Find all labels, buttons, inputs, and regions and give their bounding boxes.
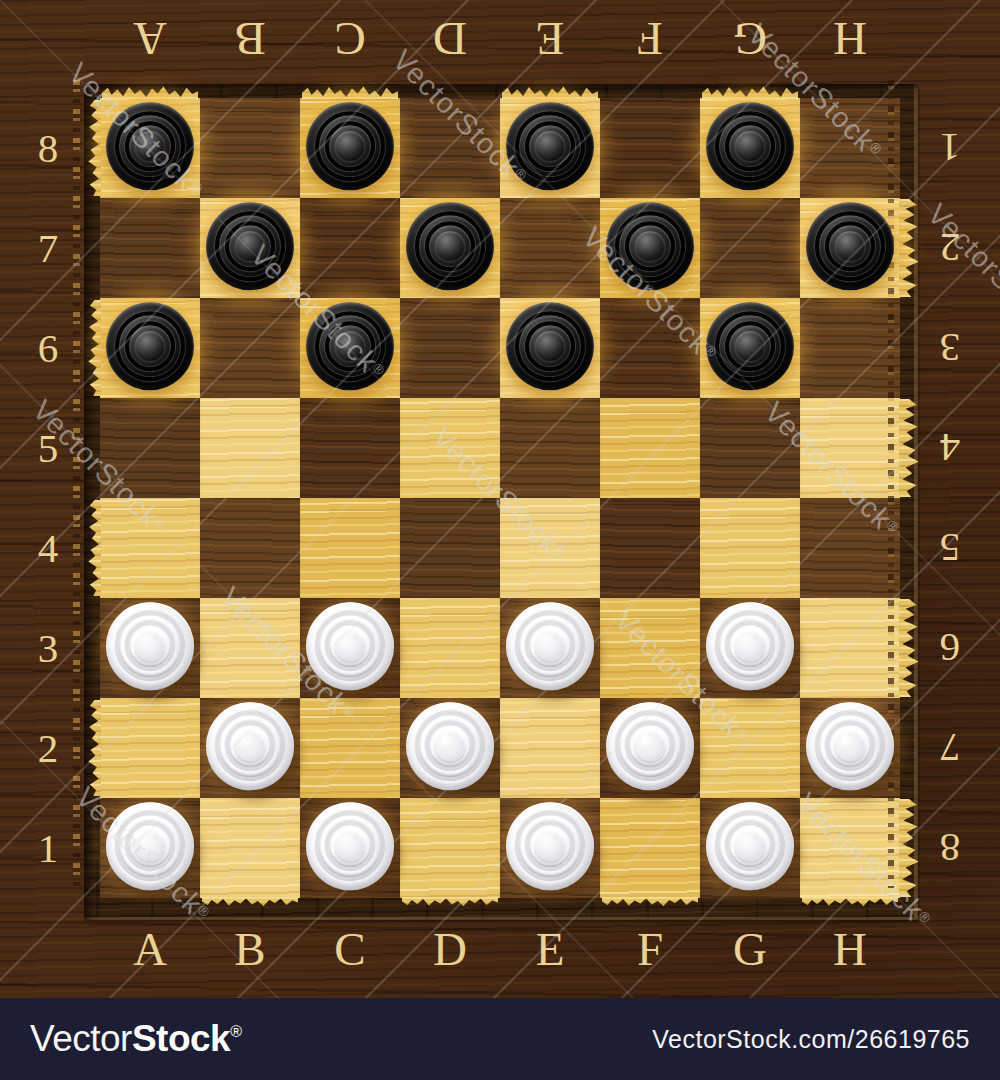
checker-center — [335, 131, 365, 161]
coordinate-label-2: 2 — [918, 198, 982, 298]
square-b5[interactable] — [200, 398, 300, 498]
checker-black-d7[interactable] — [406, 202, 494, 290]
coordinate-label-G: G — [700, 10, 800, 68]
coordinate-label-A: A — [100, 10, 200, 68]
torn-paint-edge — [202, 897, 298, 907]
coordinate-label-6: 6 — [16, 298, 80, 398]
checker-center — [335, 831, 365, 861]
coordinate-label-3: 3 — [918, 298, 982, 398]
square-h5[interactable] — [800, 398, 900, 498]
square-c1[interactable] — [300, 798, 400, 898]
square-d8[interactable] — [400, 98, 500, 198]
checker-center — [335, 331, 365, 361]
coordinate-label-2: 2 — [16, 698, 80, 798]
square-f1[interactable] — [600, 798, 700, 898]
checker-black-b7[interactable] — [206, 202, 294, 290]
square-h3[interactable] — [800, 598, 900, 698]
checker-white-e3[interactable] — [506, 602, 594, 690]
checker-black-f7[interactable] — [606, 202, 694, 290]
coordinate-label-F: F — [600, 10, 700, 68]
square-a4[interactable] — [100, 498, 200, 598]
square-h4[interactable] — [800, 498, 900, 598]
checker-center — [135, 131, 165, 161]
checker-center — [435, 731, 465, 761]
square-e1[interactable] — [500, 798, 600, 898]
checker-center — [635, 731, 665, 761]
torn-paint-edge — [87, 100, 101, 196]
square-b3[interactable] — [200, 598, 300, 698]
checker-center — [135, 831, 165, 861]
square-g1[interactable] — [700, 798, 800, 898]
checker-center — [835, 731, 865, 761]
square-c3[interactable] — [300, 598, 400, 698]
coordinate-label-F: F — [600, 920, 700, 978]
checker-center — [835, 231, 865, 261]
file-labels-bottom: ABCDEFGH — [100, 920, 900, 978]
square-d2[interactable] — [400, 698, 500, 798]
board-frame — [84, 84, 918, 920]
square-b4[interactable] — [200, 498, 300, 598]
checker-center — [735, 131, 765, 161]
coordinate-label-H: H — [800, 920, 900, 978]
torn-paint-edge — [302, 85, 398, 99]
square-d7[interactable] — [400, 198, 500, 298]
coordinate-label-5: 5 — [918, 498, 982, 598]
coordinate-label-1: 1 — [16, 798, 80, 898]
coordinate-label-C: C — [300, 10, 400, 68]
square-h1[interactable] — [800, 798, 900, 898]
square-a7[interactable] — [100, 198, 200, 298]
checker-center — [635, 231, 665, 261]
coordinate-label-7: 7 — [16, 198, 80, 298]
rank-labels-left: 87654321 — [16, 98, 80, 898]
square-a2[interactable] — [100, 698, 200, 798]
checker-white-a1[interactable] — [106, 802, 194, 890]
coordinate-label-D: D — [400, 10, 500, 68]
checker-center — [435, 231, 465, 261]
square-b6[interactable] — [200, 298, 300, 398]
square-e3[interactable] — [500, 598, 600, 698]
square-d3[interactable] — [400, 598, 500, 698]
coordinate-label-H: H — [800, 10, 900, 68]
checker-white-g3[interactable] — [706, 602, 794, 690]
square-g8[interactable] — [700, 98, 800, 198]
square-d5[interactable] — [400, 398, 500, 498]
coordinate-label-5: 5 — [16, 398, 80, 498]
square-b1[interactable] — [200, 798, 300, 898]
coordinate-label-C: C — [300, 920, 400, 978]
torn-paint-edge — [802, 897, 898, 907]
torn-paint-edge — [102, 85, 198, 99]
coordinate-label-7: 7 — [918, 698, 982, 798]
square-f4[interactable] — [600, 498, 700, 598]
stock-image-canvas: ABCDEFGH ABCDEFGH 87654321 12345678 Vect… — [0, 0, 1000, 1080]
square-f6[interactable] — [600, 298, 700, 398]
square-b2[interactable] — [200, 698, 300, 798]
checker-center — [735, 631, 765, 661]
checker-center — [235, 231, 265, 261]
coordinate-label-1: 1 — [918, 98, 982, 198]
torn-paint-edge — [702, 85, 798, 99]
coordinate-label-A: A — [100, 920, 200, 978]
logo-text-light: Vector — [30, 1018, 132, 1059]
square-g5[interactable] — [700, 398, 800, 498]
square-a6[interactable] — [100, 298, 200, 398]
square-b8[interactable] — [200, 98, 300, 198]
coordinate-label-G: G — [700, 920, 800, 978]
square-c7[interactable] — [300, 198, 400, 298]
file-labels-top: ABCDEFGH — [100, 10, 900, 68]
checker-black-a6[interactable] — [106, 302, 194, 390]
checker-center — [735, 331, 765, 361]
checker-black-g6[interactable] — [706, 302, 794, 390]
square-g7[interactable] — [700, 198, 800, 298]
checker-center — [535, 831, 565, 861]
coordinate-label-8: 8 — [16, 98, 80, 198]
square-a8[interactable] — [100, 98, 200, 198]
square-g2[interactable] — [700, 698, 800, 798]
checker-white-e1[interactable] — [506, 802, 594, 890]
square-a1[interactable] — [100, 798, 200, 898]
checkers-board — [100, 98, 900, 898]
checker-black-e8[interactable] — [506, 102, 594, 190]
torn-paint-edge — [402, 897, 498, 907]
square-c8[interactable] — [300, 98, 400, 198]
torn-paint-edge — [87, 700, 101, 796]
coordinate-label-3: 3 — [16, 598, 80, 698]
checker-white-c1[interactable] — [306, 802, 394, 890]
coordinate-label-E: E — [500, 920, 600, 978]
square-h2[interactable] — [800, 698, 900, 798]
checker-white-b2[interactable] — [206, 702, 294, 790]
square-e8[interactable] — [500, 98, 600, 198]
coordinate-label-D: D — [400, 920, 500, 978]
square-d6[interactable] — [400, 298, 500, 398]
torn-paint-edge — [87, 500, 101, 596]
square-e4[interactable] — [500, 498, 600, 598]
vectorstock-logo: VectorStock® — [30, 1018, 241, 1060]
checker-center — [535, 331, 565, 361]
checker-center — [335, 631, 365, 661]
coordinate-label-4: 4 — [918, 398, 982, 498]
checker-white-d2[interactable] — [406, 702, 494, 790]
square-f3[interactable] — [600, 598, 700, 698]
checker-black-c8[interactable] — [306, 102, 394, 190]
square-c2[interactable] — [300, 698, 400, 798]
checker-black-e6[interactable] — [506, 302, 594, 390]
coordinate-label-E: E — [500, 10, 600, 68]
square-a5[interactable] — [100, 398, 200, 498]
square-g3[interactable] — [700, 598, 800, 698]
square-a3[interactable] — [100, 598, 200, 698]
coordinate-label-6: 6 — [918, 598, 982, 698]
square-c4[interactable] — [300, 498, 400, 598]
square-e2[interactable] — [500, 698, 600, 798]
logo-text-bold: Stock — [132, 1018, 230, 1059]
square-h6[interactable] — [800, 298, 900, 398]
checker-black-c6[interactable] — [306, 302, 394, 390]
square-f5[interactable] — [600, 398, 700, 498]
checker-center — [535, 131, 565, 161]
checker-center — [135, 331, 165, 361]
square-h7[interactable] — [800, 198, 900, 298]
square-c5[interactable] — [300, 398, 400, 498]
watermark-bar: VectorStock® VectorStock.com/26619765 — [0, 998, 1000, 1080]
checker-white-h2[interactable] — [806, 702, 894, 790]
checker-center — [535, 631, 565, 661]
square-e7[interactable] — [500, 198, 600, 298]
square-d1[interactable] — [400, 798, 500, 898]
square-e5[interactable] — [500, 398, 600, 498]
checker-white-c3[interactable] — [306, 602, 394, 690]
square-g4[interactable] — [700, 498, 800, 598]
checker-center — [135, 631, 165, 661]
torn-paint-edge — [602, 897, 698, 907]
checker-white-f2[interactable] — [606, 702, 694, 790]
square-f7[interactable] — [600, 198, 700, 298]
square-f2[interactable] — [600, 698, 700, 798]
square-b7[interactable] — [200, 198, 300, 298]
checker-center — [235, 731, 265, 761]
checker-white-a3[interactable] — [106, 602, 194, 690]
square-f8[interactable] — [600, 98, 700, 198]
square-d4[interactable] — [400, 498, 500, 598]
checker-black-h7[interactable] — [806, 202, 894, 290]
checker-black-a8[interactable] — [106, 102, 194, 190]
coordinate-label-B: B — [200, 920, 300, 978]
checker-white-g1[interactable] — [706, 802, 794, 890]
checker-center — [735, 831, 765, 861]
coordinate-label-4: 4 — [16, 498, 80, 598]
torn-paint-edge — [502, 85, 598, 99]
square-h8[interactable] — [800, 98, 900, 198]
coordinate-label-B: B — [200, 10, 300, 68]
checker-black-g8[interactable] — [706, 102, 794, 190]
torn-paint-edge — [87, 300, 101, 396]
coordinate-label-8: 8 — [918, 798, 982, 898]
rank-labels-right: 12345678 — [918, 98, 982, 898]
square-c6[interactable] — [300, 298, 400, 398]
square-e6[interactable] — [500, 298, 600, 398]
registered-mark: ® — [915, 907, 934, 926]
image-url-text: VectorStock.com/26619765 — [652, 1025, 970, 1054]
square-g6[interactable] — [700, 298, 800, 398]
registered-mark: ® — [230, 1023, 241, 1040]
